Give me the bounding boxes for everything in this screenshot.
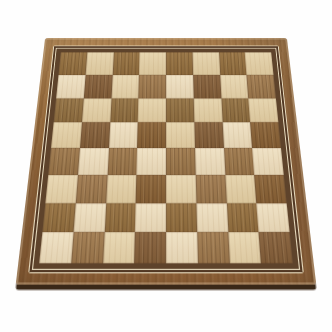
square-a5 [51,122,82,148]
square-b3 [76,175,108,203]
square-h7 [247,75,276,98]
square-d5 [137,122,166,148]
square-c3 [106,175,137,203]
square-d7 [139,75,166,98]
square-b4 [78,148,109,175]
square-f6 [193,98,222,122]
square-b8 [85,52,113,74]
square-a6 [54,98,84,122]
photo-background [0,0,332,332]
square-f4 [195,148,225,175]
square-h3 [254,175,286,203]
square-a4 [48,148,79,175]
square-b1 [71,232,104,263]
square-f5 [194,122,223,148]
square-f2 [196,203,228,232]
square-d1 [134,232,166,263]
square-g8 [219,52,247,74]
square-b6 [82,98,111,122]
square-d4 [137,148,166,175]
square-d2 [135,203,166,232]
square-a7 [56,75,85,98]
square-h6 [248,98,278,122]
chessboard [16,38,317,285]
square-c2 [104,203,136,232]
square-g6 [221,98,250,122]
square-h1 [259,232,293,263]
square-c7 [111,75,139,98]
board-grid [39,52,293,263]
square-b7 [84,75,113,98]
square-d3 [136,175,166,203]
square-e4 [166,148,195,175]
square-a8 [59,52,88,74]
square-e7 [166,75,193,98]
square-f7 [193,75,221,98]
square-c8 [112,52,139,74]
square-e3 [166,175,196,203]
square-f3 [195,175,226,203]
square-b5 [80,122,110,148]
square-h5 [250,122,281,148]
square-b2 [73,203,105,232]
square-a3 [45,175,77,203]
square-g7 [220,75,249,98]
board-inner-border [33,49,299,269]
square-f8 [192,52,219,74]
frame-inlay-inner-line [32,48,300,270]
square-g1 [228,232,261,263]
square-d6 [138,98,166,122]
square-a2 [42,203,75,232]
square-g3 [225,175,257,203]
square-c5 [109,122,138,148]
frame-inlay-dark-gap [29,46,302,272]
square-h2 [256,203,289,232]
square-e1 [166,232,198,263]
board-frame [16,38,317,285]
square-c1 [103,232,135,263]
square-c6 [110,98,139,122]
square-c4 [107,148,137,175]
square-e6 [166,98,194,122]
square-e5 [166,122,195,148]
square-g4 [224,148,255,175]
square-e8 [166,52,193,74]
frame-inlay-outer-line [28,46,304,274]
square-h4 [252,148,283,175]
square-g5 [222,122,252,148]
square-d8 [139,52,166,74]
square-h8 [245,52,274,74]
square-f1 [197,232,229,263]
square-g2 [226,203,258,232]
square-e2 [166,203,197,232]
square-a1 [39,232,73,263]
